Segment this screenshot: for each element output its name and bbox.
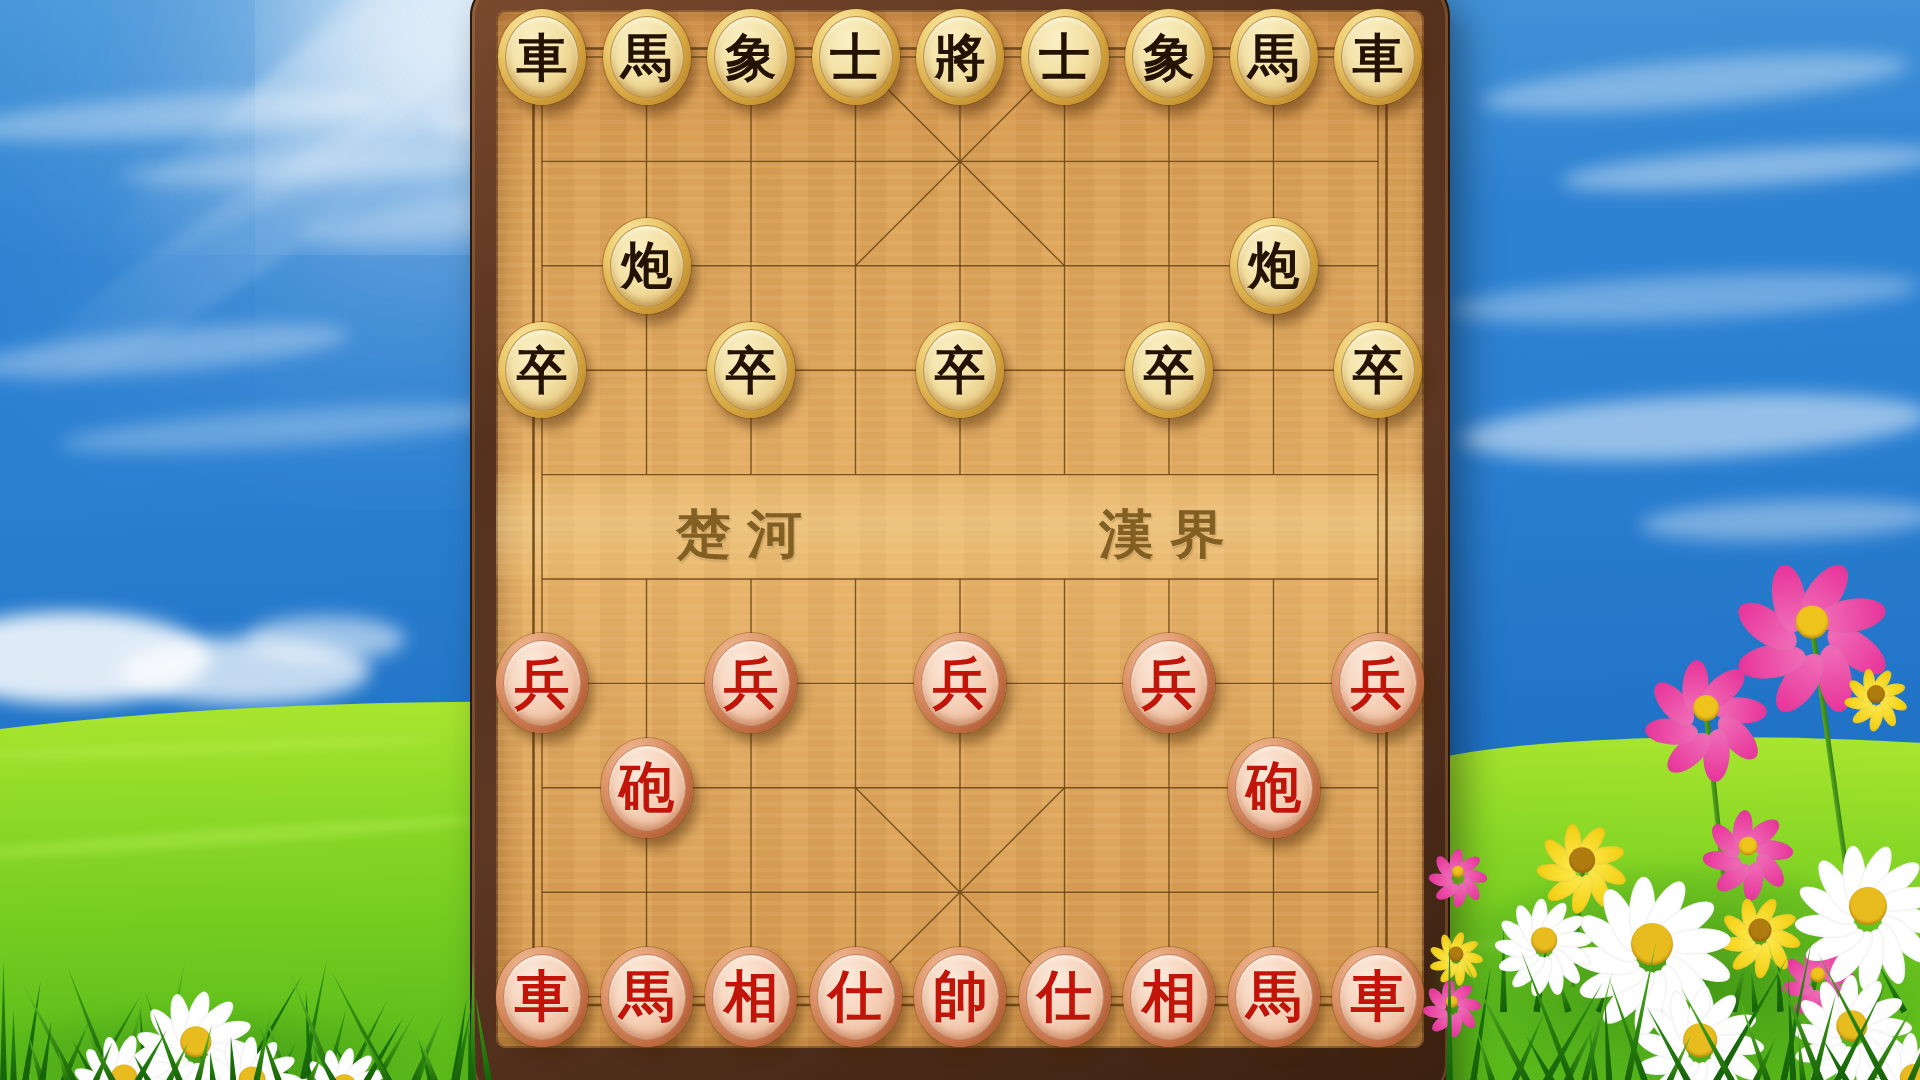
piece-glyph: 卒 — [1353, 345, 1404, 396]
piece-red-soldier[interactable]: 兵 — [705, 633, 797, 733]
piece-red-soldier[interactable]: 兵 — [914, 633, 1006, 733]
piece-face: 士 — [819, 16, 893, 98]
piece-face: 相 — [1130, 954, 1208, 1040]
piece-glyph: 兵 — [515, 656, 570, 711]
piece-face: 兵 — [1130, 640, 1208, 726]
piece-black-advisor[interactable]: 士 — [812, 9, 900, 105]
piece-glyph: 卒 — [935, 345, 986, 396]
piece-face: 士 — [1028, 16, 1102, 98]
piece-glyph: 卒 — [1144, 345, 1195, 396]
piece-glyph: 馬 — [621, 32, 672, 83]
piece-face: 兵 — [921, 640, 999, 726]
piece-glyph: 車 — [1353, 32, 1404, 83]
piece-face: 仕 — [817, 954, 895, 1040]
piece-red-horse[interactable]: 馬 — [601, 947, 693, 1047]
piece-black-general[interactable]: 將 — [916, 9, 1004, 105]
piece-face: 將 — [923, 16, 997, 98]
piece-glyph: 卒 — [726, 345, 777, 396]
piece-red-advisor[interactable]: 仕 — [1019, 947, 1111, 1047]
piece-glyph: 馬 — [1248, 32, 1299, 83]
piece-red-cannon[interactable]: 砲 — [601, 738, 693, 838]
piece-red-soldier[interactable]: 兵 — [1123, 633, 1215, 733]
piece-red-cannon[interactable]: 砲 — [1228, 738, 1320, 838]
piece-face: 馬 — [1235, 954, 1313, 1040]
piece-glyph: 仕 — [1037, 969, 1092, 1024]
piece-glyph: 象 — [726, 32, 777, 83]
piece-face: 卒 — [1341, 329, 1415, 411]
piece-red-chariot[interactable]: 車 — [496, 947, 588, 1047]
piece-black-horse[interactable]: 馬 — [603, 9, 691, 105]
piece-glyph: 象 — [1144, 32, 1195, 83]
piece-glyph: 兵 — [1351, 656, 1406, 711]
piece-face: 車 — [1339, 954, 1417, 1040]
piece-face: 砲 — [608, 745, 686, 831]
piece-glyph: 馬 — [619, 969, 674, 1024]
piece-face: 象 — [1132, 16, 1206, 98]
piece-glyph: 炮 — [621, 240, 672, 291]
piece-face: 卒 — [1132, 329, 1206, 411]
piece-glyph: 車 — [515, 969, 570, 1024]
piece-glyph: 兵 — [933, 656, 988, 711]
piece-glyph: 馬 — [1246, 969, 1301, 1024]
piece-black-advisor[interactable]: 士 — [1021, 9, 1109, 105]
piece-face: 馬 — [1237, 16, 1311, 98]
piece-glyph: 車 — [1351, 969, 1406, 1024]
piece-glyph: 相 — [1142, 969, 1197, 1024]
piece-black-elephant[interactable]: 象 — [707, 9, 795, 105]
piece-glyph: 炮 — [1248, 240, 1299, 291]
piece-face: 兵 — [1339, 640, 1417, 726]
piece-black-soldier[interactable]: 卒 — [707, 322, 795, 418]
piece-red-soldier[interactable]: 兵 — [496, 633, 588, 733]
pieces-layer: 車馬象士將士象馬車炮炮卒卒卒卒卒兵兵兵兵兵砲砲車馬相仕帥仕相馬車 — [0, 0, 1920, 1080]
piece-glyph: 車 — [517, 32, 568, 83]
piece-face: 馬 — [608, 954, 686, 1040]
piece-black-chariot[interactable]: 車 — [498, 9, 586, 105]
piece-face: 車 — [503, 954, 581, 1040]
piece-red-chariot[interactable]: 車 — [1332, 947, 1424, 1047]
piece-glyph: 兵 — [724, 656, 779, 711]
piece-red-elephant[interactable]: 相 — [1123, 947, 1215, 1047]
piece-glyph: 砲 — [619, 760, 674, 815]
piece-glyph: 士 — [830, 32, 881, 83]
piece-face: 炮 — [1237, 225, 1311, 307]
piece-face: 砲 — [1235, 745, 1313, 831]
piece-red-horse[interactable]: 馬 — [1228, 947, 1320, 1047]
piece-glyph: 相 — [724, 969, 779, 1024]
piece-black-soldier[interactable]: 卒 — [916, 322, 1004, 418]
piece-face: 象 — [714, 16, 788, 98]
piece-glyph: 將 — [935, 32, 986, 83]
piece-face: 仕 — [1026, 954, 1104, 1040]
piece-glyph: 兵 — [1142, 656, 1197, 711]
piece-black-horse[interactable]: 馬 — [1230, 9, 1318, 105]
piece-face: 兵 — [503, 640, 581, 726]
piece-face: 卒 — [505, 329, 579, 411]
piece-black-cannon[interactable]: 炮 — [603, 218, 691, 314]
piece-face: 卒 — [714, 329, 788, 411]
piece-black-soldier[interactable]: 卒 — [1334, 322, 1422, 418]
piece-red-advisor[interactable]: 仕 — [810, 947, 902, 1047]
piece-face: 炮 — [610, 225, 684, 307]
piece-glyph: 仕 — [828, 969, 883, 1024]
piece-face: 卒 — [923, 329, 997, 411]
piece-glyph: 砲 — [1246, 760, 1301, 815]
piece-black-cannon[interactable]: 炮 — [1230, 218, 1318, 314]
piece-glyph: 帥 — [933, 969, 988, 1024]
piece-face: 馬 — [610, 16, 684, 98]
piece-face: 帥 — [921, 954, 999, 1040]
xiangqi-game-screen: 楚河 漢界 車馬象士將士象馬車炮炮卒卒卒卒卒兵兵兵兵兵砲砲車馬相仕帥仕相馬車 — [0, 0, 1920, 1080]
piece-black-chariot[interactable]: 車 — [1334, 9, 1422, 105]
piece-black-soldier[interactable]: 卒 — [1125, 322, 1213, 418]
piece-black-soldier[interactable]: 卒 — [498, 322, 586, 418]
piece-face: 車 — [1341, 16, 1415, 98]
piece-red-soldier[interactable]: 兵 — [1332, 633, 1424, 733]
piece-red-general[interactable]: 帥 — [914, 947, 1006, 1047]
piece-glyph: 士 — [1039, 32, 1090, 83]
piece-glyph: 卒 — [517, 345, 568, 396]
piece-face: 兵 — [712, 640, 790, 726]
piece-face: 相 — [712, 954, 790, 1040]
piece-face: 車 — [505, 16, 579, 98]
piece-red-elephant[interactable]: 相 — [705, 947, 797, 1047]
piece-black-elephant[interactable]: 象 — [1125, 9, 1213, 105]
